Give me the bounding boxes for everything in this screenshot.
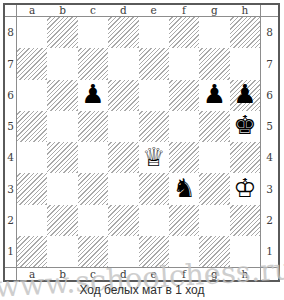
piece-black-pawn: ♟	[233, 81, 256, 107]
square-a4	[17, 142, 47, 173]
square-a8	[17, 17, 47, 48]
file-label-bottom-b: b	[47, 267, 77, 280]
rank-label-left-2: 2	[5, 205, 17, 236]
square-f2	[169, 205, 199, 236]
square-g7	[199, 48, 229, 79]
square-f4	[169, 142, 199, 173]
rank-label-right-8: 8	[260, 17, 278, 48]
square-h5: ♚	[230, 111, 260, 142]
chess-puzzle-page: abcdefgh88776♟♟♟65♚54♕43♞♔32211abcdefgh …	[0, 0, 284, 300]
piece-white-king: ♔	[233, 175, 256, 201]
square-b8	[47, 17, 77, 48]
square-b2	[47, 205, 77, 236]
file-label-top-c: c	[78, 5, 108, 17]
square-f3: ♞	[169, 173, 199, 204]
file-label-bottom-a: a	[17, 267, 47, 280]
rank-label-right-4: 4	[260, 142, 278, 173]
square-h6: ♟	[230, 80, 260, 111]
square-c7	[78, 48, 108, 79]
square-b1	[47, 236, 77, 267]
square-g8	[199, 17, 229, 48]
square-h7	[230, 48, 260, 79]
file-label-bottom-f: f	[169, 267, 199, 280]
square-g4	[199, 142, 229, 173]
square-e7	[139, 48, 169, 79]
square-h1	[230, 236, 260, 267]
square-d4	[108, 142, 138, 173]
square-b7	[47, 48, 77, 79]
square-f7	[169, 48, 199, 79]
rank-label-right-1: 1	[260, 236, 278, 267]
board-corner	[260, 5, 278, 17]
square-d5	[108, 111, 138, 142]
square-c5	[78, 111, 108, 142]
square-d2	[108, 205, 138, 236]
file-label-top-f: f	[169, 5, 199, 17]
square-b3	[47, 173, 77, 204]
piece-black-king: ♚	[233, 112, 256, 138]
square-d8	[108, 17, 138, 48]
file-label-bottom-c: c	[78, 267, 108, 280]
file-label-bottom-e: e	[139, 267, 169, 280]
file-label-top-d: d	[108, 5, 138, 17]
file-label-top-a: a	[17, 5, 47, 17]
square-f1	[169, 236, 199, 267]
square-e1	[139, 236, 169, 267]
file-label-top-e: e	[139, 5, 169, 17]
rank-label-left-4: 4	[5, 142, 17, 173]
rank-label-right-6: 6	[260, 80, 278, 111]
rank-label-right-5: 5	[260, 111, 278, 142]
square-c6: ♟	[78, 80, 108, 111]
piece-black-pawn: ♟	[81, 81, 104, 107]
piece-white-queen: ♕	[142, 144, 165, 170]
square-b4	[47, 142, 77, 173]
square-g5	[199, 111, 229, 142]
rank-label-right-3: 3	[260, 173, 278, 204]
rank-label-left-8: 8	[5, 17, 17, 48]
square-d1	[108, 236, 138, 267]
chess-board-frame: abcdefgh88776♟♟♟65♚54♕43♞♔32211abcdefgh	[3, 3, 280, 282]
square-g1	[199, 236, 229, 267]
square-d3	[108, 173, 138, 204]
board-corner	[5, 267, 17, 280]
square-e4: ♕	[139, 142, 169, 173]
puzzle-caption: Ход белых мат в 1 ход	[0, 284, 284, 297]
square-a6	[17, 80, 47, 111]
square-f5	[169, 111, 199, 142]
square-a3	[17, 173, 47, 204]
rank-label-right-7: 7	[260, 48, 278, 79]
square-f6	[169, 80, 199, 111]
square-g6: ♟	[199, 80, 229, 111]
square-h3: ♔	[230, 173, 260, 204]
square-b6	[47, 80, 77, 111]
rank-label-left-7: 7	[5, 48, 17, 79]
square-c3	[78, 173, 108, 204]
square-c4	[78, 142, 108, 173]
square-a5	[17, 111, 47, 142]
square-c8	[78, 17, 108, 48]
file-label-bottom-g: g	[199, 267, 229, 280]
square-g2	[199, 205, 229, 236]
square-d6	[108, 80, 138, 111]
square-f8	[169, 17, 199, 48]
square-c2	[78, 205, 108, 236]
piece-black-pawn: ♟	[203, 81, 226, 107]
square-h4	[230, 142, 260, 173]
rank-label-left-1: 1	[5, 236, 17, 267]
square-e2	[139, 205, 169, 236]
square-a2	[17, 205, 47, 236]
file-label-top-b: b	[47, 5, 77, 17]
file-label-top-g: g	[199, 5, 229, 17]
piece-black-knight: ♞	[172, 175, 195, 201]
rank-label-left-6: 6	[5, 80, 17, 111]
square-h8	[230, 17, 260, 48]
square-a1	[17, 236, 47, 267]
rank-label-right-2: 2	[260, 205, 278, 236]
square-e8	[139, 17, 169, 48]
file-label-bottom-d: d	[108, 267, 138, 280]
rank-label-left-5: 5	[5, 111, 17, 142]
board-corner	[260, 267, 278, 280]
rank-label-left-3: 3	[5, 173, 17, 204]
square-h2	[230, 205, 260, 236]
square-e5	[139, 111, 169, 142]
square-g3	[199, 173, 229, 204]
square-e3	[139, 173, 169, 204]
file-label-top-h: h	[230, 5, 260, 17]
square-a7	[17, 48, 47, 79]
file-label-bottom-h: h	[230, 267, 260, 280]
board-corner	[5, 5, 17, 17]
square-e6	[139, 80, 169, 111]
square-d7	[108, 48, 138, 79]
square-b5	[47, 111, 77, 142]
square-c1	[78, 236, 108, 267]
